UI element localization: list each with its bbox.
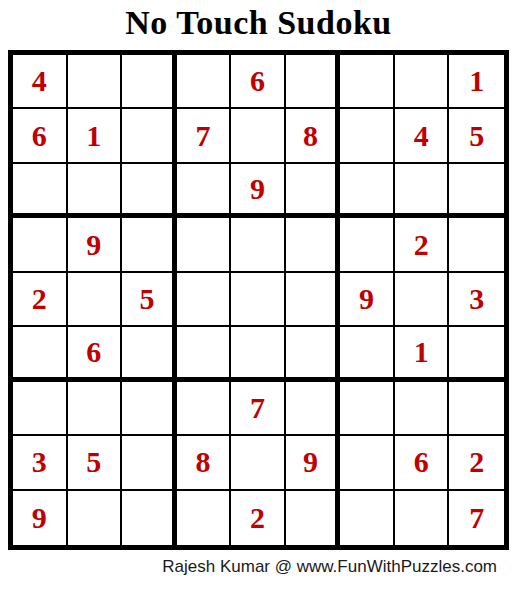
cell-r7c7[interactable] [340,382,395,436]
cell-r8c8[interactable]: 6 [395,436,450,490]
cell-r1c5[interactable]: 6 [231,55,286,109]
cell-r2c7[interactable] [340,109,395,163]
cell-r4c7[interactable] [340,218,395,272]
cell-r6c1[interactable] [13,327,68,381]
cell-r3c2[interactable] [68,164,123,218]
cell-r5c5[interactable] [231,273,286,327]
cell-r6c3[interactable] [122,327,177,381]
cell-r7c4[interactable] [177,382,232,436]
cell-r8c1[interactable]: 3 [13,436,68,490]
cell-r3c7[interactable] [340,164,395,218]
cell-r2c5[interactable] [231,109,286,163]
cell-r4c4[interactable] [177,218,232,272]
cell-r7c5[interactable]: 7 [231,382,286,436]
cell-r9c4[interactable] [177,491,232,545]
cell-r4c1[interactable] [13,218,68,272]
cell-r5c9[interactable]: 3 [449,273,504,327]
cell-r3c3[interactable] [122,164,177,218]
cell-r6c6[interactable] [286,327,341,381]
cell-r5c3[interactable]: 5 [122,273,177,327]
cell-r6c8[interactable]: 1 [395,327,450,381]
cell-r5c6[interactable] [286,273,341,327]
cell-r4c3[interactable] [122,218,177,272]
cell-r6c5[interactable] [231,327,286,381]
cell-r9c2[interactable] [68,491,123,545]
cell-r6c7[interactable] [340,327,395,381]
cell-r8c7[interactable] [340,436,395,490]
cell-r7c1[interactable] [13,382,68,436]
cell-r1c3[interactable] [122,55,177,109]
cell-r1c9[interactable]: 1 [449,55,504,109]
cell-r2c1[interactable]: 6 [13,109,68,163]
cell-r1c1[interactable]: 4 [13,55,68,109]
cell-r9c3[interactable] [122,491,177,545]
cell-r5c4[interactable] [177,273,232,327]
cell-r6c2[interactable]: 6 [68,327,123,381]
cell-r6c4[interactable] [177,327,232,381]
cell-r5c1[interactable]: 2 [13,273,68,327]
cell-r7c3[interactable] [122,382,177,436]
cell-r4c9[interactable] [449,218,504,272]
cell-r7c9[interactable] [449,382,504,436]
cell-r9c7[interactable] [340,491,395,545]
cell-r4c5[interactable] [231,218,286,272]
cell-r2c6[interactable]: 8 [286,109,341,163]
cell-r8c9[interactable]: 2 [449,436,504,490]
cell-r2c4[interactable]: 7 [177,109,232,163]
cell-r4c2[interactable]: 9 [68,218,123,272]
cell-r1c8[interactable] [395,55,450,109]
cell-r8c5[interactable] [231,436,286,490]
sudoku-board: 4616178459922593617358962927 [8,50,509,550]
cell-r1c2[interactable] [68,55,123,109]
cell-r7c8[interactable] [395,382,450,436]
cell-r3c4[interactable] [177,164,232,218]
cell-r3c5[interactable]: 9 [231,164,286,218]
cell-r8c3[interactable] [122,436,177,490]
cell-r8c2[interactable]: 5 [68,436,123,490]
puzzle-title: No Touch Sudoku [0,4,517,42]
cell-r3c8[interactable] [395,164,450,218]
cell-r5c2[interactable] [68,273,123,327]
puzzle-page: No Touch Sudoku 461617845992259361735896… [0,0,517,589]
cell-r5c7[interactable]: 9 [340,273,395,327]
cell-r1c4[interactable] [177,55,232,109]
footer-credit: Rajesh Kumar @ www.FunWithPuzzles.com [162,557,497,577]
cell-r2c2[interactable]: 1 [68,109,123,163]
cell-r9c9[interactable]: 7 [449,491,504,545]
cell-r9c6[interactable] [286,491,341,545]
cell-r7c2[interactable] [68,382,123,436]
cell-r9c1[interactable]: 9 [13,491,68,545]
cell-r5c8[interactable] [395,273,450,327]
cell-r9c8[interactable] [395,491,450,545]
cell-r8c6[interactable]: 9 [286,436,341,490]
cell-r2c8[interactable]: 4 [395,109,450,163]
cell-r9c5[interactable]: 2 [231,491,286,545]
cell-r1c7[interactable] [340,55,395,109]
cell-r7c6[interactable] [286,382,341,436]
cell-r2c3[interactable] [122,109,177,163]
cell-r3c6[interactable] [286,164,341,218]
cell-r1c6[interactable] [286,55,341,109]
cell-r4c8[interactable]: 2 [395,218,450,272]
cell-r3c1[interactable] [13,164,68,218]
cell-r2c9[interactable]: 5 [449,109,504,163]
cell-r8c4[interactable]: 8 [177,436,232,490]
cell-r3c9[interactable] [449,164,504,218]
cell-r4c6[interactable] [286,218,341,272]
cell-r6c9[interactable] [449,327,504,381]
